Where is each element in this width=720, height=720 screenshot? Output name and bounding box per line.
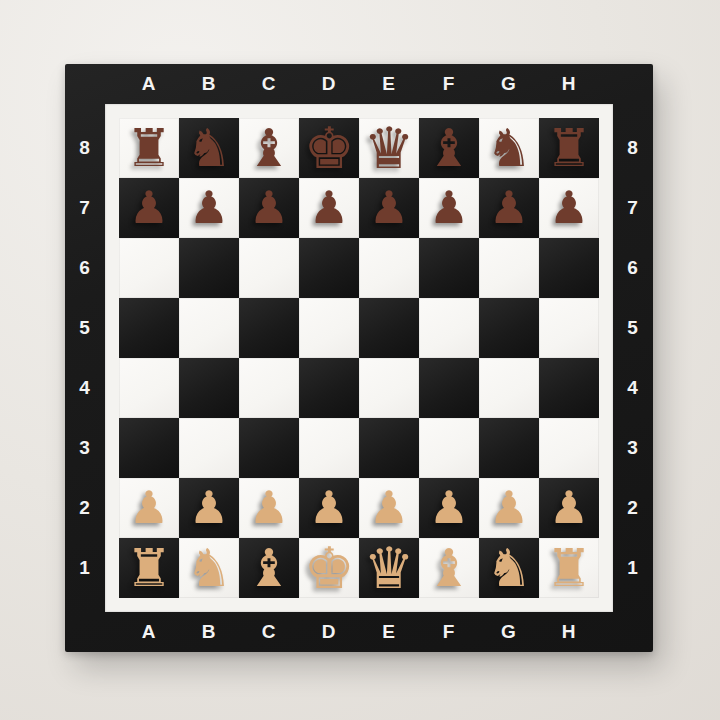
white-pawn[interactable]: ♟: [479, 478, 539, 538]
square-b2[interactable]: ♟: [179, 478, 239, 538]
file-label-bottom-g: G: [479, 612, 539, 652]
square-e2[interactable]: ♟: [359, 478, 419, 538]
white-knight[interactable]: ♞: [179, 538, 239, 598]
rank-label-right-8: 8: [613, 118, 653, 178]
file-label-bottom-d: D: [299, 612, 359, 652]
file-label-bottom-f: F: [419, 612, 479, 652]
square-f3[interactable]: [419, 418, 479, 478]
square-g1[interactable]: ♞: [479, 538, 539, 598]
square-d4[interactable]: [299, 358, 359, 418]
square-c4[interactable]: [239, 358, 299, 418]
black-pawn[interactable]: ♟: [479, 178, 539, 238]
black-knight[interactable]: ♞: [179, 118, 239, 178]
square-g2[interactable]: ♟: [479, 478, 539, 538]
square-f8[interactable]: ♝: [419, 118, 479, 178]
white-knight[interactable]: ♞: [479, 538, 539, 598]
playing-field: ♜♞♝♚♛♝♞♜♟♟♟♟♟♟♟♟♟♟♟♟♟♟♟♟♜♞♝♚♛♝♞♜: [105, 104, 613, 612]
square-g7[interactable]: ♟: [479, 178, 539, 238]
rank-label-left-6: 6: [65, 238, 105, 298]
black-pawn[interactable]: ♟: [359, 178, 419, 238]
white-pawn[interactable]: ♟: [539, 478, 599, 538]
black-pawn[interactable]: ♟: [299, 178, 359, 238]
square-h3[interactable]: [539, 418, 599, 478]
white-bishop[interactable]: ♝: [239, 538, 299, 598]
black-rook[interactable]: ♜: [119, 118, 179, 178]
board-grid: ♜♞♝♚♛♝♞♜♟♟♟♟♟♟♟♟♟♟♟♟♟♟♟♟♜♞♝♚♛♝♞♜: [119, 118, 599, 598]
square-c1[interactable]: ♝: [239, 538, 299, 598]
rank-label-left-2: 2: [65, 478, 105, 538]
white-rook[interactable]: ♜: [539, 538, 599, 598]
black-bishop[interactable]: ♝: [239, 118, 299, 178]
rank-label-right-4: 4: [613, 358, 653, 418]
white-bishop[interactable]: ♝: [419, 538, 479, 598]
white-pawn[interactable]: ♟: [419, 478, 479, 538]
square-b8[interactable]: ♞: [179, 118, 239, 178]
black-bishop[interactable]: ♝: [419, 118, 479, 178]
black-pawn[interactable]: ♟: [179, 178, 239, 238]
square-b1[interactable]: ♞: [179, 538, 239, 598]
rank-label-left-8: 8: [65, 118, 105, 178]
photo-background: ABCDEFGH ABCDEFGH 87654321 87654321 ♜♞♝♚…: [0, 0, 720, 720]
square-f4[interactable]: [419, 358, 479, 418]
square-g8[interactable]: ♞: [479, 118, 539, 178]
white-pawn[interactable]: ♟: [119, 478, 179, 538]
square-c6[interactable]: [239, 238, 299, 298]
white-king[interactable]: ♚: [299, 538, 359, 598]
rank-label-left-3: 3: [65, 418, 105, 478]
square-c7[interactable]: ♟: [239, 178, 299, 238]
file-label-bottom-h: H: [539, 612, 599, 652]
square-b3[interactable]: [179, 418, 239, 478]
rank-label-right-1: 1: [613, 538, 653, 598]
black-queen[interactable]: ♛: [359, 118, 419, 178]
square-d8[interactable]: ♚: [299, 118, 359, 178]
rank-labels-left: 87654321: [65, 118, 105, 598]
square-h7[interactable]: ♟: [539, 178, 599, 238]
rank-label-right-3: 3: [613, 418, 653, 478]
square-d6[interactable]: [299, 238, 359, 298]
file-label-top-f: F: [419, 64, 479, 104]
square-f1[interactable]: ♝: [419, 538, 479, 598]
square-a6[interactable]: [119, 238, 179, 298]
white-pawn[interactable]: ♟: [359, 478, 419, 538]
rank-label-left-1: 1: [65, 538, 105, 598]
square-b4[interactable]: [179, 358, 239, 418]
black-king[interactable]: ♚: [299, 118, 359, 178]
square-f7[interactable]: ♟: [419, 178, 479, 238]
square-b5[interactable]: [179, 298, 239, 358]
rank-label-right-6: 6: [613, 238, 653, 298]
square-a4[interactable]: [119, 358, 179, 418]
square-a1[interactable]: ♜: [119, 538, 179, 598]
file-labels-bottom: ABCDEFGH: [119, 612, 599, 652]
file-label-bottom-e: E: [359, 612, 419, 652]
file-label-top-h: H: [539, 64, 599, 104]
black-pawn[interactable]: ♟: [119, 178, 179, 238]
black-knight[interactable]: ♞: [479, 118, 539, 178]
rank-label-right-5: 5: [613, 298, 653, 358]
file-label-top-b: B: [179, 64, 239, 104]
square-e1[interactable]: ♛: [359, 538, 419, 598]
file-label-top-d: D: [299, 64, 359, 104]
file-labels-top: ABCDEFGH: [119, 64, 599, 104]
square-b6[interactable]: [179, 238, 239, 298]
square-e5[interactable]: [359, 298, 419, 358]
square-a8[interactable]: ♜: [119, 118, 179, 178]
square-h5[interactable]: [539, 298, 599, 358]
square-h2[interactable]: ♟: [539, 478, 599, 538]
white-pawn[interactable]: ♟: [299, 478, 359, 538]
white-queen[interactable]: ♛: [359, 538, 419, 598]
white-pawn[interactable]: ♟: [239, 478, 299, 538]
square-a3[interactable]: [119, 418, 179, 478]
square-e7[interactable]: ♟: [359, 178, 419, 238]
file-label-bottom-c: C: [239, 612, 299, 652]
square-c5[interactable]: [239, 298, 299, 358]
file-label-top-e: E: [359, 64, 419, 104]
square-c3[interactable]: [239, 418, 299, 478]
square-f6[interactable]: [419, 238, 479, 298]
rank-label-right-2: 2: [613, 478, 653, 538]
black-rook[interactable]: ♜: [539, 118, 599, 178]
file-label-top-g: G: [479, 64, 539, 104]
square-h4[interactable]: [539, 358, 599, 418]
rank-label-left-7: 7: [65, 178, 105, 238]
square-d7[interactable]: ♟: [299, 178, 359, 238]
square-d1[interactable]: ♚: [299, 538, 359, 598]
square-g3[interactable]: [479, 418, 539, 478]
white-rook[interactable]: ♜: [119, 538, 179, 598]
square-h1[interactable]: ♜: [539, 538, 599, 598]
square-e3[interactable]: [359, 418, 419, 478]
black-pawn[interactable]: ♟: [419, 178, 479, 238]
square-b7[interactable]: ♟: [179, 178, 239, 238]
square-g5[interactable]: [479, 298, 539, 358]
rank-label-right-7: 7: [613, 178, 653, 238]
black-pawn[interactable]: ♟: [539, 178, 599, 238]
square-f5[interactable]: [419, 298, 479, 358]
square-c2[interactable]: ♟: [239, 478, 299, 538]
square-h6[interactable]: [539, 238, 599, 298]
square-a5[interactable]: [119, 298, 179, 358]
black-pawn[interactable]: ♟: [239, 178, 299, 238]
file-label-bottom-b: B: [179, 612, 239, 652]
square-e4[interactable]: [359, 358, 419, 418]
square-a2[interactable]: ♟: [119, 478, 179, 538]
square-d3[interactable]: [299, 418, 359, 478]
square-g4[interactable]: [479, 358, 539, 418]
square-h8[interactable]: ♜: [539, 118, 599, 178]
file-label-top-c: C: [239, 64, 299, 104]
square-e6[interactable]: [359, 238, 419, 298]
square-e8[interactable]: ♛: [359, 118, 419, 178]
square-f2[interactable]: ♟: [419, 478, 479, 538]
file-label-top-a: A: [119, 64, 179, 104]
square-d5[interactable]: [299, 298, 359, 358]
square-a7[interactable]: ♟: [119, 178, 179, 238]
rank-label-left-5: 5: [65, 298, 105, 358]
white-pawn[interactable]: ♟: [179, 478, 239, 538]
square-g6[interactable]: [479, 238, 539, 298]
square-d2[interactable]: ♟: [299, 478, 359, 538]
demonstration-chessboard: ABCDEFGH ABCDEFGH 87654321 87654321 ♜♞♝♚…: [65, 64, 653, 652]
square-c8[interactable]: ♝: [239, 118, 299, 178]
file-label-bottom-a: A: [119, 612, 179, 652]
rank-label-left-4: 4: [65, 358, 105, 418]
rank-labels-right: 87654321: [613, 118, 653, 598]
